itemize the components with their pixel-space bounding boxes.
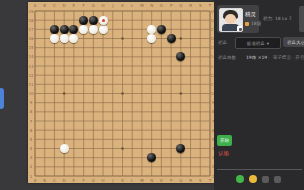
coord-label: A: [31, 3, 39, 8]
stone-white: [79, 25, 88, 34]
coord-label: A: [31, 178, 39, 183]
stone-white: [60, 144, 69, 153]
coord-label: H: [99, 178, 107, 183]
stone-black: [167, 34, 176, 43]
level-badge-icon: [245, 22, 249, 26]
player-avatar: [219, 8, 243, 32]
coord-label: C: [50, 178, 58, 183]
coord-label: R: [187, 3, 195, 8]
coord-label: B: [41, 3, 49, 8]
coord-label: 4: [28, 146, 34, 151]
gray-tool-icon[interactable]: [274, 176, 281, 183]
coord-label: E: [70, 178, 78, 183]
coord-label: F: [80, 3, 88, 8]
coord-label: J: [109, 178, 117, 183]
coord-label: S: [196, 3, 204, 8]
green-status-icon[interactable]: [236, 175, 244, 183]
app-window: AABBCCDDEEFFGGHHJJKKLLMMNNOOPPQQRRSSTT19…: [0, 0, 304, 190]
coord-label: G: [89, 178, 97, 183]
coord-label: G: [89, 3, 97, 8]
stone-white: [50, 34, 59, 43]
coord-label: H: [99, 3, 107, 8]
coord-label: E: [70, 3, 78, 8]
go-board[interactable]: AABBCCDDEEFFGGHHJJKKLLMMNNOOPPQQRRSSTT19…: [28, 2, 214, 183]
coord-label: F: [80, 178, 88, 183]
panel-divider: [217, 169, 302, 170]
coord-label: 12: [28, 73, 34, 78]
star-point: [63, 92, 66, 95]
star-point: [121, 37, 124, 40]
board-size-button[interactable]: 棋盘大小: [283, 37, 304, 47]
coord-label: 3: [28, 155, 34, 160]
opponent-card-clipped[interactable]: [299, 6, 304, 32]
coord-label: 16: [28, 36, 34, 41]
coord-label: T: [206, 3, 214, 8]
board-type-dropdown[interactable]: 标准棋盘 ▾: [235, 37, 281, 49]
coord-label: 17: [28, 27, 34, 32]
coord-label: R: [187, 178, 195, 183]
stone-black: [157, 25, 166, 34]
chevron-down-icon: ▾: [267, 41, 269, 46]
yellow-emote-icon[interactable]: [249, 175, 257, 183]
last-move-marker: [102, 19, 105, 22]
gray-tool-icon[interactable]: [262, 176, 269, 183]
stone-white: [99, 25, 108, 34]
coord-label: N: [148, 178, 156, 183]
rules-value: 19路 ×19: [246, 55, 267, 60]
coord-label: D: [60, 178, 68, 183]
stone-black: [60, 25, 69, 34]
coord-label: D: [60, 3, 68, 8]
coord-label: 10: [28, 91, 34, 96]
coord-label: K: [119, 178, 127, 183]
coord-label: 5: [28, 137, 34, 142]
coord-label: C: [50, 3, 58, 8]
coord-label: B: [41, 178, 49, 183]
coord-label: L: [128, 3, 136, 8]
coord-label: Q: [177, 178, 185, 183]
coord-label: J: [109, 3, 117, 8]
coord-label: M: [138, 178, 146, 183]
coord-label: N: [148, 3, 156, 8]
star-point: [121, 92, 124, 95]
stone-white: [89, 25, 98, 34]
coord-label: P: [167, 3, 175, 8]
player-rank-text: 棋力: 18 Lv 7: [263, 16, 292, 21]
coord-label: O: [157, 178, 165, 183]
coord-label: O: [157, 3, 165, 8]
coord-label: 1: [28, 174, 34, 179]
coord-label: 11: [28, 82, 34, 87]
star-point: [180, 92, 183, 95]
coord-label: 18: [28, 18, 34, 23]
avatar-face: [225, 14, 236, 24]
coord-label: 7: [28, 119, 34, 124]
coord-label: M: [138, 3, 146, 8]
right-panel: 精灵 18级 棋力: 18 Lv 7 棋盘 标准棋盘 ▾ 棋盘大小 棋盘路数 1…: [214, 0, 304, 190]
coord-label: 15: [28, 45, 34, 50]
resign-button[interactable]: 认输: [218, 150, 229, 157]
star-point: [180, 37, 183, 40]
star-point: [121, 147, 124, 150]
stone-black: [89, 16, 98, 25]
side-blue-tab[interactable]: [0, 88, 4, 109]
coord-label: 13: [28, 64, 34, 69]
avatar-badge-icon: [237, 26, 243, 32]
stone-white: [99, 16, 108, 25]
coord-label: 19: [28, 9, 34, 14]
board-setting-label: 棋盘: [218, 40, 227, 45]
stone-black: [50, 25, 59, 34]
coord-label: 2: [28, 164, 34, 169]
stone-black: [79, 16, 88, 25]
player-card[interactable]: 精灵 18级: [217, 5, 259, 33]
rules-separator: ·: [268, 55, 269, 60]
rules-label: 棋盘路数: [218, 55, 236, 60]
coord-label: 6: [28, 128, 34, 133]
coord-label: T: [206, 178, 214, 183]
coord-label: K: [119, 3, 127, 8]
bottom-icon-row: [236, 174, 281, 184]
coord-label: P: [167, 178, 175, 183]
coord-label: S: [196, 178, 204, 183]
coord-label: L: [128, 178, 136, 183]
coord-label: Q: [177, 3, 185, 8]
stone-white: [60, 34, 69, 43]
start-button[interactable]: 开始: [217, 135, 232, 146]
coord-label: 8: [28, 109, 34, 114]
coord-label: 14: [28, 54, 34, 59]
player-level: 18级: [251, 21, 261, 26]
rules-extra: 落子提示 · 开启: [273, 55, 304, 60]
coord-label: 9: [28, 100, 34, 105]
stone-white: [147, 25, 156, 34]
player-name: 精灵: [245, 11, 256, 18]
board-type-value: 标准棋盘: [247, 41, 265, 46]
